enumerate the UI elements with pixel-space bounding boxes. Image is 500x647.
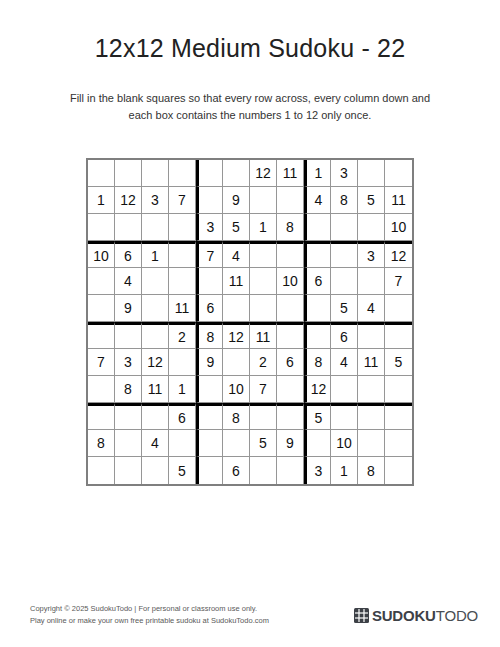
cell-r12c12[interactable]	[385, 457, 412, 484]
cell-r5c2: 4	[115, 268, 142, 295]
cell-r10c5[interactable]	[196, 403, 223, 430]
cell-r5c12: 7	[385, 268, 412, 295]
cell-r10c3[interactable]	[142, 403, 169, 430]
cell-r2c3: 3	[142, 187, 169, 214]
cell-r4c7[interactable]	[250, 241, 277, 268]
cell-r11c10: 10	[331, 430, 358, 457]
instructions: Fill in the blank squares so that every …	[0, 90, 500, 124]
cell-r4c4[interactable]	[169, 241, 196, 268]
cell-r11c8: 9	[277, 430, 304, 457]
cell-r12c9: 3	[304, 457, 331, 484]
copyright-line-2: Play online or make your own free printa…	[30, 615, 269, 627]
cell-r1c9: 1	[304, 160, 331, 187]
cell-r12c2[interactable]	[115, 457, 142, 484]
cell-r5c7[interactable]	[250, 268, 277, 295]
grid-logo-icon	[354, 608, 369, 623]
cell-r11c5[interactable]	[196, 430, 223, 457]
copyright-text: Copyright © 2025 SudokuTodo | For person…	[30, 603, 269, 627]
cell-r12c6: 6	[223, 457, 250, 484]
cell-r8c5: 9	[196, 349, 223, 376]
cell-r9c7: 7	[250, 376, 277, 403]
cell-r1c1[interactable]	[88, 160, 115, 187]
sudoku-grid: 1211131123794851135181010617431241110679…	[86, 158, 414, 486]
cell-r9c10[interactable]	[331, 376, 358, 403]
cell-r11c2[interactable]	[115, 430, 142, 457]
cell-r9c3: 11	[142, 376, 169, 403]
cell-r12c10: 1	[331, 457, 358, 484]
cell-r12c11: 8	[358, 457, 385, 484]
cell-r6c2: 9	[115, 295, 142, 322]
cell-r6c5: 6	[196, 295, 223, 322]
cell-r11c12[interactable]	[385, 430, 412, 457]
cell-r10c4: 6	[169, 403, 196, 430]
cell-r11c4[interactable]	[169, 430, 196, 457]
cell-r3c1[interactable]	[88, 214, 115, 241]
cell-r5c5[interactable]	[196, 268, 223, 295]
cell-r7c9[interactable]	[304, 322, 331, 349]
cell-r11c7: 5	[250, 430, 277, 457]
cell-r4c5: 7	[196, 241, 223, 268]
cell-r1c4[interactable]	[169, 160, 196, 187]
cell-r8c6[interactable]	[223, 349, 250, 376]
cell-r2c7[interactable]	[250, 187, 277, 214]
cell-r6c8[interactable]	[277, 295, 304, 322]
cell-r9c12[interactable]	[385, 376, 412, 403]
cell-r3c3[interactable]	[142, 214, 169, 241]
cell-r2c1: 1	[88, 187, 115, 214]
cell-r10c7[interactable]	[250, 403, 277, 430]
cell-r6c9[interactable]	[304, 295, 331, 322]
cell-r1c7: 12	[250, 160, 277, 187]
cell-r8c1: 7	[88, 349, 115, 376]
cell-r8c4[interactable]	[169, 349, 196, 376]
cell-r6c4: 11	[169, 295, 196, 322]
cell-r3c12: 10	[385, 214, 412, 241]
cell-r1c10: 3	[331, 160, 358, 187]
cell-r3c5: 3	[196, 214, 223, 241]
cell-r7c1[interactable]	[88, 322, 115, 349]
cell-r7c6: 12	[223, 322, 250, 349]
cell-r5c10[interactable]	[331, 268, 358, 295]
cell-r11c11[interactable]	[358, 430, 385, 457]
cell-r12c3[interactable]	[142, 457, 169, 484]
cell-r3c8: 8	[277, 214, 304, 241]
cell-r8c2: 3	[115, 349, 142, 376]
cell-r9c5[interactable]	[196, 376, 223, 403]
footer: Copyright © 2025 SudokuTodo | For person…	[0, 603, 500, 627]
cell-r10c9: 5	[304, 403, 331, 430]
cell-r1c3[interactable]	[142, 160, 169, 187]
cell-r5c3[interactable]	[142, 268, 169, 295]
cell-r2c5[interactable]	[196, 187, 223, 214]
cell-r7c2[interactable]	[115, 322, 142, 349]
cell-r8c9: 8	[304, 349, 331, 376]
cell-r7c5: 8	[196, 322, 223, 349]
cell-r2c2: 12	[115, 187, 142, 214]
cell-r12c7[interactable]	[250, 457, 277, 484]
cell-r6c7[interactable]	[250, 295, 277, 322]
cell-r12c5[interactable]	[196, 457, 223, 484]
sudoku-page: { "game": "sudoku", "variant": "12x12", …	[0, 0, 500, 647]
cell-r8c11: 11	[358, 349, 385, 376]
cell-r10c12[interactable]	[385, 403, 412, 430]
cell-r4c1: 10	[88, 241, 115, 268]
instructions-line-2: each box contains the numbers 1 to 12 on…	[129, 109, 372, 121]
cell-r1c2[interactable]	[115, 160, 142, 187]
cell-r6c1[interactable]	[88, 295, 115, 322]
cell-r9c9: 12	[304, 376, 331, 403]
cell-r2c8[interactable]	[277, 187, 304, 214]
cell-r11c9[interactable]	[304, 430, 331, 457]
cell-r12c1[interactable]	[88, 457, 115, 484]
cell-r3c10[interactable]	[331, 214, 358, 241]
cell-r7c11[interactable]	[358, 322, 385, 349]
cell-r11c1: 8	[88, 430, 115, 457]
cell-r8c12: 5	[385, 349, 412, 376]
cell-r9c4: 1	[169, 376, 196, 403]
cell-r12c4: 5	[169, 457, 196, 484]
cell-r1c6[interactable]	[223, 160, 250, 187]
cell-r5c1[interactable]	[88, 268, 115, 295]
cell-r10c11[interactable]	[358, 403, 385, 430]
cell-r6c3[interactable]	[142, 295, 169, 322]
cell-r6c10: 5	[331, 295, 358, 322]
cell-r4c2: 6	[115, 241, 142, 268]
cell-r5c11[interactable]	[358, 268, 385, 295]
page-title: 12x12 Medium Sudoku - 22	[0, 34, 500, 63]
cell-r5c9: 6	[304, 268, 331, 295]
cell-r3c4[interactable]	[169, 214, 196, 241]
cell-r2c6: 9	[223, 187, 250, 214]
cell-r9c11[interactable]	[358, 376, 385, 403]
cell-r8c3: 12	[142, 349, 169, 376]
cell-r3c9[interactable]	[304, 214, 331, 241]
cell-r2c12: 11	[385, 187, 412, 214]
cell-r10c10[interactable]	[331, 403, 358, 430]
cell-r4c9[interactable]	[304, 241, 331, 268]
cell-r10c1[interactable]	[88, 403, 115, 430]
cell-r7c7: 11	[250, 322, 277, 349]
cell-r1c5[interactable]	[196, 160, 223, 187]
cell-r5c6: 11	[223, 268, 250, 295]
cell-r1c12[interactable]	[385, 160, 412, 187]
cell-r10c6: 8	[223, 403, 250, 430]
cell-r7c4: 2	[169, 322, 196, 349]
cell-r10c2[interactable]	[115, 403, 142, 430]
logo-text-todo: TODO	[436, 607, 478, 624]
cell-r1c11[interactable]	[358, 160, 385, 187]
cell-r6c11: 4	[358, 295, 385, 322]
cell-r6c12[interactable]	[385, 295, 412, 322]
cell-r1c8: 11	[277, 160, 304, 187]
cell-r2c9: 4	[304, 187, 331, 214]
copyright-line-1: Copyright © 2025 SudokuTodo | For person…	[30, 603, 269, 615]
cell-r4c8[interactable]	[277, 241, 304, 268]
cell-r9c2: 8	[115, 376, 142, 403]
cell-r3c2[interactable]	[115, 214, 142, 241]
cell-r8c10: 4	[331, 349, 358, 376]
cell-r7c8[interactable]	[277, 322, 304, 349]
cell-r2c4: 7	[169, 187, 196, 214]
cell-r2c11: 5	[358, 187, 385, 214]
cell-r11c6[interactable]	[223, 430, 250, 457]
cell-r5c4[interactable]	[169, 268, 196, 295]
cell-r7c12[interactable]	[385, 322, 412, 349]
sudokutodo-logo: SUDOKUTODO	[354, 607, 478, 624]
cell-r4c10[interactable]	[331, 241, 358, 268]
cell-r4c12: 12	[385, 241, 412, 268]
cell-r7c10: 6	[331, 322, 358, 349]
cell-r9c8[interactable]	[277, 376, 304, 403]
cell-r11c3: 4	[142, 430, 169, 457]
logo-text-sudoku: SUDOKU	[372, 607, 436, 624]
cell-r4c11: 3	[358, 241, 385, 268]
logo-text: SUDOKUTODO	[372, 607, 478, 624]
cell-r12c8[interactable]	[277, 457, 304, 484]
cell-r4c6: 4	[223, 241, 250, 268]
cell-r3c6: 5	[223, 214, 250, 241]
cell-r6c6[interactable]	[223, 295, 250, 322]
cell-r3c7: 1	[250, 214, 277, 241]
cell-r7c3[interactable]	[142, 322, 169, 349]
cell-r5c8: 10	[277, 268, 304, 295]
cell-r2c10: 8	[331, 187, 358, 214]
cell-r8c7: 2	[250, 349, 277, 376]
cell-r4c3: 1	[142, 241, 169, 268]
cell-r3c11[interactable]	[358, 214, 385, 241]
cell-r10c8[interactable]	[277, 403, 304, 430]
cell-r9c6: 10	[223, 376, 250, 403]
cell-r9c1[interactable]	[88, 376, 115, 403]
cell-r8c8: 6	[277, 349, 304, 376]
instructions-line-1: Fill in the blank squares so that every …	[70, 92, 430, 104]
